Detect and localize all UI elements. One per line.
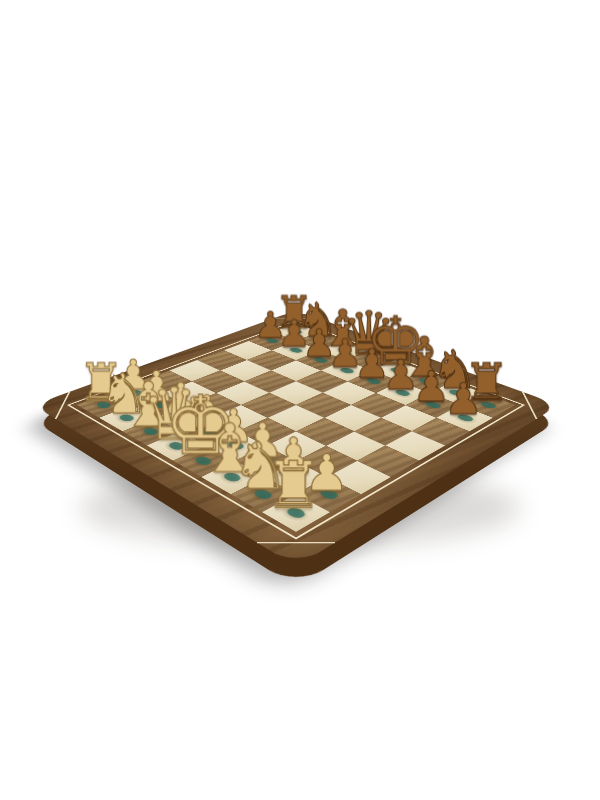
playing-field: ♜♞♝♛♚♝♞♜♟♟♟♟♟♟♟♟♟♟♟♟♟♟♟♟♜♞♝♛♚♝♞♜ (77, 323, 515, 532)
board-frame: ♜♞♝♛♚♝♞♜♟♟♟♟♟♟♟♟♟♟♟♟♟♟♟♟♜♞♝♛♚♝♞♜ (33, 310, 559, 566)
white-rook-h1: ♜ (265, 453, 323, 517)
chess-board: ♜♞♝♛♚♝♞♜♟♟♟♟♟♟♟♟♟♟♟♟♟♟♟♟♜♞♝♛♚♝♞♜ (33, 310, 559, 566)
corner-inlay-line (257, 542, 335, 544)
scene: ♜♞♝♛♚♝♞♜♟♟♟♟♟♟♟♟♟♟♟♟♟♟♟♟♜♞♝♛♚♝♞♜ (0, 0, 600, 800)
product-photo: ♜♞♝♛♚♝♞♜♟♟♟♟♟♟♟♟♟♟♟♟♟♟♟♟♜♞♝♛♚♝♞♜ (0, 0, 600, 800)
corner-inlay-line (54, 392, 70, 419)
field-inlay-border: ♜♞♝♛♚♝♞♜♟♟♟♟♟♟♟♟♟♟♟♟♟♟♟♟♜♞♝♛♚♝♞♜ (67, 320, 525, 539)
black-pawn-h7: ♟ (444, 378, 483, 421)
